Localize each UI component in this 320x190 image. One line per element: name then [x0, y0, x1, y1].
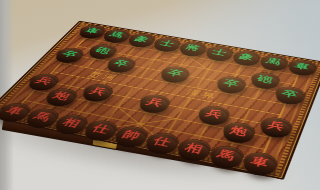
- piece-character: 仕: [90, 123, 112, 135]
- piece-character: 卒: [222, 79, 241, 89]
- piece-character: 車: [4, 105, 26, 116]
- piece-character: 馬: [216, 149, 237, 162]
- piece-character: 相: [183, 142, 204, 155]
- piece-character: 象: [238, 52, 255, 61]
- piece-character: 車: [84, 27, 102, 35]
- piece-character: 馬: [265, 57, 282, 66]
- scene-background: 楚河 漢界 車馬象士將士象馬車砲砲卒卒卒卒卒兵兵兵兵兵炮炮車馬相仕帥仕相馬車: [0, 0, 320, 190]
- piece-character: 帥: [120, 129, 142, 141]
- piece-character: 卒: [112, 59, 131, 68]
- piece-character: 士: [158, 39, 176, 47]
- piece-character: 砲: [93, 46, 111, 55]
- piece-character: 炮: [228, 125, 248, 137]
- piece-character: 兵: [88, 86, 108, 96]
- piece-character: 兵: [266, 120, 286, 132]
- piece-character: 車: [293, 62, 310, 71]
- piece-character: 卒: [280, 89, 298, 99]
- piece-character: 相: [61, 117, 83, 129]
- piece-character: 卒: [60, 50, 79, 59]
- piece-character: 兵: [204, 108, 224, 119]
- piece-character: 卒: [166, 69, 185, 78]
- piece-character: 士: [211, 48, 228, 57]
- piece-character: 象: [133, 35, 151, 43]
- piece-character: 馬: [32, 111, 54, 122]
- piece-character: 砲: [256, 75, 274, 85]
- piece-character: 仕: [151, 135, 173, 147]
- piece-character: 兵: [34, 76, 54, 86]
- piece-character: 車: [249, 155, 270, 168]
- piece-character: 炮: [51, 91, 72, 101]
- piece-character: 將: [184, 44, 201, 52]
- piece-character: 馬: [108, 31, 126, 39]
- piece-character: 兵: [144, 97, 164, 108]
